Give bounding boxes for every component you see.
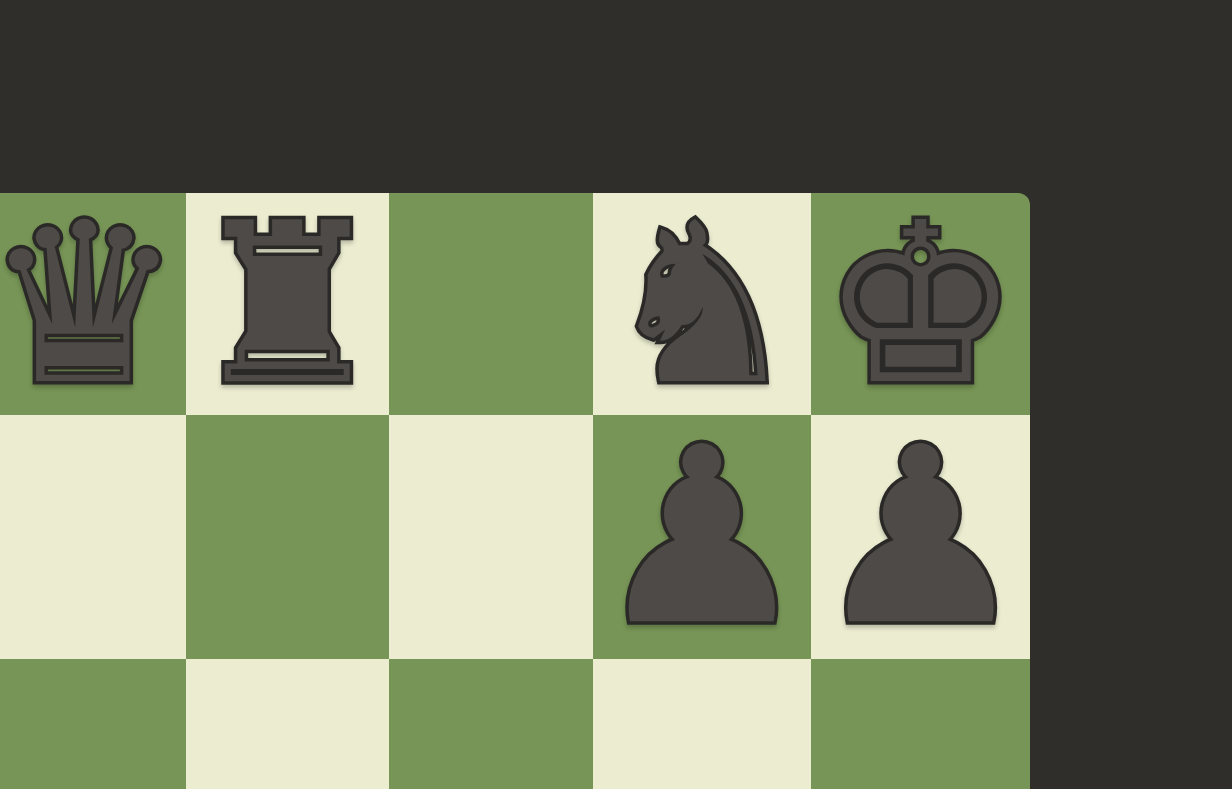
square-f7[interactable] xyxy=(389,415,592,659)
black-pawn-h7[interactable]: ♟ xyxy=(811,415,1030,659)
square-d7[interactable] xyxy=(0,415,186,659)
black-pawn-g7[interactable]: ♟ xyxy=(593,415,812,659)
black-king-h8[interactable]: ♚ xyxy=(821,193,1020,415)
square-g7[interactable]: ♟ xyxy=(593,415,812,659)
square-g8[interactable]: ♞ xyxy=(593,193,812,415)
square-f8[interactable] xyxy=(389,193,592,415)
chess-board: ♛♜♞♚♟♟ xyxy=(0,193,1030,789)
square-h7[interactable]: ♟ xyxy=(811,415,1030,659)
square-d6[interactable] xyxy=(0,659,186,789)
square-d8[interactable]: ♛ xyxy=(0,193,186,415)
board-viewport: ♛♜♞♚♟♟ xyxy=(0,0,1232,789)
square-e6[interactable] xyxy=(186,659,389,789)
square-e8[interactable]: ♜ xyxy=(186,193,389,415)
black-queen-d8[interactable]: ♛ xyxy=(0,193,183,415)
black-rook-e8[interactable]: ♜ xyxy=(188,193,387,415)
square-f6[interactable] xyxy=(389,659,592,789)
square-e7[interactable] xyxy=(186,415,389,659)
square-h8[interactable]: ♚ xyxy=(811,193,1030,415)
black-knight-g8[interactable]: ♞ xyxy=(602,193,801,415)
